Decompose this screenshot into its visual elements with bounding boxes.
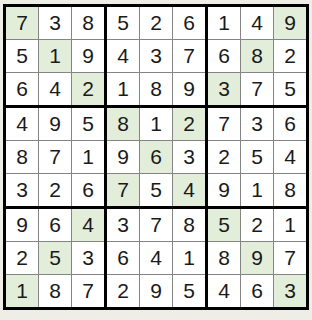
- cell-r1c7[interactable]: 1: [208, 7, 240, 39]
- cell-r4c6[interactable]: 2: [173, 108, 205, 140]
- cell-r8c8[interactable]: 9: [241, 242, 273, 274]
- cell-r7c5[interactable]: 7: [140, 209, 172, 241]
- cell-r3c5[interactable]: 8: [140, 73, 172, 105]
- cell-r1c6[interactable]: 6: [173, 7, 205, 39]
- cell-r2c2[interactable]: 1: [39, 40, 71, 72]
- cell-r4c1[interactable]: 4: [6, 108, 38, 140]
- cell-r3c9[interactable]: 5: [274, 73, 306, 105]
- cell-r6c3[interactable]: 6: [72, 174, 104, 206]
- cell-r5c6[interactable]: 3: [173, 141, 205, 173]
- box-1-1: 738519642: [6, 7, 104, 105]
- cell-r9c7[interactable]: 4: [208, 275, 240, 307]
- cell-r9c2[interactable]: 8: [39, 275, 71, 307]
- cell-r7c4[interactable]: 3: [107, 209, 139, 241]
- cell-r6c4[interactable]: 7: [107, 174, 139, 206]
- cell-r9c4[interactable]: 2: [107, 275, 139, 307]
- cell-r2c6[interactable]: 7: [173, 40, 205, 72]
- cell-r5c7[interactable]: 2: [208, 141, 240, 173]
- cell-r3c7[interactable]: 3: [208, 73, 240, 105]
- cell-r3c1[interactable]: 6: [6, 73, 38, 105]
- cell-r4c3[interactable]: 5: [72, 108, 104, 140]
- cell-r8c9[interactable]: 7: [274, 242, 306, 274]
- cell-r9c5[interactable]: 9: [140, 275, 172, 307]
- box-2-1: 495871326: [6, 108, 104, 206]
- box-2-2: 812963754: [107, 108, 205, 206]
- cell-r3c6[interactable]: 9: [173, 73, 205, 105]
- sudoku-board: 7385196425264371891496823754958713268129…: [3, 4, 309, 310]
- cell-r3c3[interactable]: 2: [72, 73, 104, 105]
- cell-r7c3[interactable]: 4: [72, 209, 104, 241]
- cell-r9c1[interactable]: 1: [6, 275, 38, 307]
- cell-r1c9[interactable]: 9: [274, 7, 306, 39]
- cell-r4c8[interactable]: 3: [241, 108, 273, 140]
- cell-r4c2[interactable]: 9: [39, 108, 71, 140]
- box-3-2: 378641295: [107, 209, 205, 307]
- cell-r8c4[interactable]: 6: [107, 242, 139, 274]
- cell-r3c2[interactable]: 4: [39, 73, 71, 105]
- cell-r5c1[interactable]: 8: [6, 141, 38, 173]
- cell-r7c7[interactable]: 5: [208, 209, 240, 241]
- cell-r1c8[interactable]: 4: [241, 7, 273, 39]
- cell-r6c2[interactable]: 2: [39, 174, 71, 206]
- cell-r5c8[interactable]: 5: [241, 141, 273, 173]
- cell-r6c5[interactable]: 5: [140, 174, 172, 206]
- cell-r6c7[interactable]: 9: [208, 174, 240, 206]
- cell-r2c3[interactable]: 9: [72, 40, 104, 72]
- cell-r8c2[interactable]: 5: [39, 242, 71, 274]
- cell-r6c1[interactable]: 3: [6, 174, 38, 206]
- cell-r1c5[interactable]: 2: [140, 7, 172, 39]
- sudoku-page: 7385196425264371891496823754958713268129…: [0, 0, 312, 320]
- cell-r2c5[interactable]: 3: [140, 40, 172, 72]
- cell-r1c1[interactable]: 7: [6, 7, 38, 39]
- cell-r1c2[interactable]: 3: [39, 7, 71, 39]
- cell-r6c9[interactable]: 8: [274, 174, 306, 206]
- box-3-1: 964253187: [6, 209, 104, 307]
- cell-r2c4[interactable]: 4: [107, 40, 139, 72]
- cell-r5c5[interactable]: 6: [140, 141, 172, 173]
- box-2-3: 736254918: [208, 108, 306, 206]
- cell-r5c9[interactable]: 4: [274, 141, 306, 173]
- cell-r2c9[interactable]: 2: [274, 40, 306, 72]
- cell-r8c5[interactable]: 4: [140, 242, 172, 274]
- cell-r8c3[interactable]: 3: [72, 242, 104, 274]
- cell-r2c7[interactable]: 6: [208, 40, 240, 72]
- box-3-3: 521897463: [208, 209, 306, 307]
- cell-r4c9[interactable]: 6: [274, 108, 306, 140]
- cell-r7c1[interactable]: 9: [6, 209, 38, 241]
- cell-r8c6[interactable]: 1: [173, 242, 205, 274]
- cell-r5c3[interactable]: 1: [72, 141, 104, 173]
- box-1-2: 526437189: [107, 7, 205, 105]
- cell-r4c7[interactable]: 7: [208, 108, 240, 140]
- cell-r9c6[interactable]: 5: [173, 275, 205, 307]
- cell-r7c6[interactable]: 8: [173, 209, 205, 241]
- cell-r9c8[interactable]: 6: [241, 275, 273, 307]
- cell-r6c6[interactable]: 4: [173, 174, 205, 206]
- cell-r9c9[interactable]: 3: [274, 275, 306, 307]
- cell-r5c2[interactable]: 7: [39, 141, 71, 173]
- cell-r6c8[interactable]: 1: [241, 174, 273, 206]
- cell-r5c4[interactable]: 9: [107, 141, 139, 173]
- cell-r8c7[interactable]: 8: [208, 242, 240, 274]
- cell-r3c4[interactable]: 1: [107, 73, 139, 105]
- cell-r1c3[interactable]: 8: [72, 7, 104, 39]
- box-1-3: 149682375: [208, 7, 306, 105]
- cell-r3c8[interactable]: 7: [241, 73, 273, 105]
- cell-r7c9[interactable]: 1: [274, 209, 306, 241]
- cell-r2c1[interactable]: 5: [6, 40, 38, 72]
- cell-r7c8[interactable]: 2: [241, 209, 273, 241]
- cell-r7c2[interactable]: 6: [39, 209, 71, 241]
- cell-r4c4[interactable]: 8: [107, 108, 139, 140]
- cell-r9c3[interactable]: 7: [72, 275, 104, 307]
- cell-r8c1[interactable]: 2: [6, 242, 38, 274]
- cell-r2c8[interactable]: 8: [241, 40, 273, 72]
- cell-r4c5[interactable]: 1: [140, 108, 172, 140]
- cell-r1c4[interactable]: 5: [107, 7, 139, 39]
